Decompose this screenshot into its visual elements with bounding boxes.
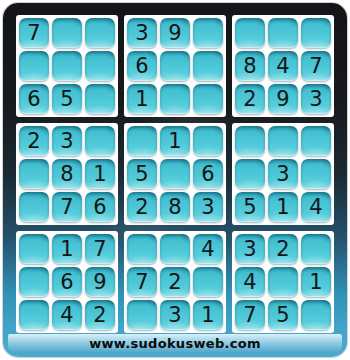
cell-r8c9[interactable]: 1: [301, 267, 331, 297]
cell-r6c7[interactable]: 5: [235, 192, 265, 222]
cell-r8c5[interactable]: 2: [160, 267, 190, 297]
cell-r8c8[interactable]: [268, 267, 298, 297]
sudoku-box-01: 3961: [124, 15, 226, 117]
cell-r3c8[interactable]: 9: [268, 84, 298, 114]
cell-r2c8[interactable]: 4: [268, 51, 298, 81]
cell-r5c8[interactable]: 3: [268, 159, 298, 189]
cell-r8c4[interactable]: 7: [127, 267, 157, 297]
cell-r7c9[interactable]: [301, 234, 331, 264]
cell-r2c2[interactable]: [52, 51, 82, 81]
cell-r2c4[interactable]: 6: [127, 51, 157, 81]
cell-r4c2[interactable]: 3: [52, 126, 82, 156]
cell-r1c1[interactable]: 7: [19, 18, 49, 48]
cell-r3c9[interactable]: 3: [301, 84, 331, 114]
cell-r2c6[interactable]: [193, 51, 223, 81]
cell-r5c6[interactable]: 6: [193, 159, 223, 189]
cell-r6c3[interactable]: 6: [85, 192, 115, 222]
cell-r9c4[interactable]: [127, 300, 157, 330]
cell-r9c8[interactable]: 5: [268, 300, 298, 330]
cell-r5c2[interactable]: 8: [52, 159, 82, 189]
cell-r1c5[interactable]: 9: [160, 18, 190, 48]
cell-r5c1[interactable]: [19, 159, 49, 189]
cell-r1c2[interactable]: [52, 18, 82, 48]
cell-r7c6[interactable]: 4: [193, 234, 223, 264]
cell-r7c8[interactable]: 2: [268, 234, 298, 264]
sudoku-box-11: 156283: [124, 123, 226, 225]
sudoku-box-12: 3514: [232, 123, 334, 225]
cell-r1c4[interactable]: 3: [127, 18, 157, 48]
cell-r7c5[interactable]: [160, 234, 190, 264]
cell-r5c7[interactable]: [235, 159, 265, 189]
cell-r1c3[interactable]: [85, 18, 115, 48]
cell-r2c7[interactable]: 8: [235, 51, 265, 81]
cell-r8c6[interactable]: [193, 267, 223, 297]
cell-r2c9[interactable]: 7: [301, 51, 331, 81]
site-url-label[interactable]: www.sudokusweb.com: [8, 334, 342, 353]
sudoku-box-20: 176942: [16, 231, 118, 333]
cell-r2c3[interactable]: [85, 51, 115, 81]
cell-r1c7[interactable]: [235, 18, 265, 48]
cell-r4c8[interactable]: [268, 126, 298, 156]
cell-r9c9[interactable]: [301, 300, 331, 330]
sudoku-box-00: 765: [16, 15, 118, 117]
cell-r5c4[interactable]: 5: [127, 159, 157, 189]
cell-r4c4[interactable]: [127, 126, 157, 156]
cell-r6c9[interactable]: 4: [301, 192, 331, 222]
cell-r8c1[interactable]: [19, 267, 49, 297]
cell-r2c1[interactable]: [19, 51, 49, 81]
cell-r5c3[interactable]: 1: [85, 159, 115, 189]
cell-r9c3[interactable]: 2: [85, 300, 115, 330]
cell-r4c1[interactable]: 2: [19, 126, 49, 156]
cell-r1c8[interactable]: [268, 18, 298, 48]
cell-r8c3[interactable]: 9: [85, 267, 115, 297]
cell-r9c5[interactable]: 3: [160, 300, 190, 330]
cell-r6c6[interactable]: 3: [193, 192, 223, 222]
cell-r3c2[interactable]: 5: [52, 84, 82, 114]
cell-r7c2[interactable]: 1: [52, 234, 82, 264]
cell-r7c4[interactable]: [127, 234, 157, 264]
cell-r6c4[interactable]: 2: [127, 192, 157, 222]
cell-r3c3[interactable]: [85, 84, 115, 114]
cell-r6c1[interactable]: [19, 192, 49, 222]
cell-r3c4[interactable]: 1: [127, 84, 157, 114]
sudoku-box-10: 238176: [16, 123, 118, 225]
cell-r3c7[interactable]: 2: [235, 84, 265, 114]
cell-r6c2[interactable]: 7: [52, 192, 82, 222]
sudoku-grid: 7653961847293238176156283351417694247231…: [16, 15, 334, 333]
cell-r3c1[interactable]: 6: [19, 84, 49, 114]
cell-r2c5[interactable]: [160, 51, 190, 81]
sudoku-box-02: 847293: [232, 15, 334, 117]
sudoku-board: 7653961847293238176156283351417694247231…: [3, 3, 347, 357]
cell-r8c7[interactable]: 4: [235, 267, 265, 297]
cell-r8c2[interactable]: 6: [52, 267, 82, 297]
cell-r9c6[interactable]: 1: [193, 300, 223, 330]
cell-r9c1[interactable]: [19, 300, 49, 330]
cell-r6c8[interactable]: 1: [268, 192, 298, 222]
cell-r5c9[interactable]: [301, 159, 331, 189]
cell-r5c5[interactable]: [160, 159, 190, 189]
cell-r4c5[interactable]: 1: [160, 126, 190, 156]
cell-r3c6[interactable]: [193, 84, 223, 114]
cell-r7c3[interactable]: 7: [85, 234, 115, 264]
cell-r4c7[interactable]: [235, 126, 265, 156]
cell-r1c9[interactable]: [301, 18, 331, 48]
sudoku-box-21: 47231: [124, 231, 226, 333]
cell-r7c1[interactable]: [19, 234, 49, 264]
cell-r7c7[interactable]: 3: [235, 234, 265, 264]
cell-r6c5[interactable]: 8: [160, 192, 190, 222]
cell-r4c3[interactable]: [85, 126, 115, 156]
cell-r9c2[interactable]: 4: [52, 300, 82, 330]
cell-r4c6[interactable]: [193, 126, 223, 156]
cell-r9c7[interactable]: 7: [235, 300, 265, 330]
cell-r3c5[interactable]: [160, 84, 190, 114]
sudoku-box-22: 324175: [232, 231, 334, 333]
cell-r1c6[interactable]: [193, 18, 223, 48]
cell-r4c9[interactable]: [301, 126, 331, 156]
